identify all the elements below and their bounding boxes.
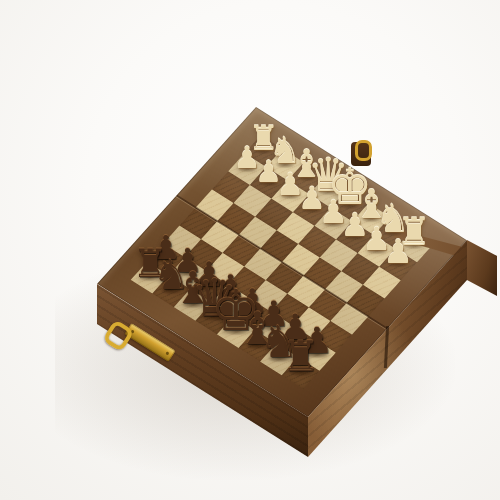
latch-screw (165, 351, 169, 355)
box-half-offset-side (467, 240, 497, 298)
hinge-loop (355, 140, 372, 161)
brass-hinge-icon (351, 140, 373, 168)
travel-chess-set-photo: ♜♞♝♛♚♝♞♜♟♟♟♟♟♟♟♟♟♟♟♟♟♟♟♟♜♞♝♛♚♝♞♜ (0, 0, 500, 500)
